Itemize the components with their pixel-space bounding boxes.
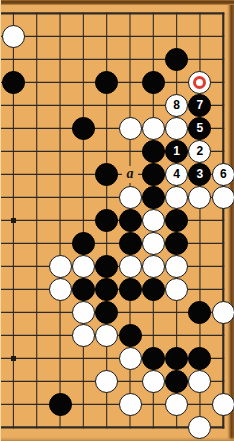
- star-point: [11, 356, 16, 361]
- white-stone: [119, 393, 142, 416]
- white-stone: [165, 255, 188, 278]
- black-stone: [165, 48, 188, 71]
- white-stone: [95, 324, 118, 347]
- white-stone: [142, 232, 165, 255]
- white-stone: [142, 209, 165, 232]
- black-stone: [2, 71, 25, 94]
- board-right-edge-frame: [227, 0, 234, 441]
- white-stone: [142, 255, 165, 278]
- move-number-label: 7: [197, 99, 204, 111]
- black-stone: [72, 232, 95, 255]
- white-stone: [119, 186, 142, 209]
- white-stone: [119, 117, 142, 140]
- black-stone: [165, 209, 188, 232]
- black-stone: [142, 163, 165, 186]
- white-stone: 8: [165, 94, 188, 117]
- move-number-label: 8: [173, 99, 180, 111]
- black-stone: [119, 209, 142, 232]
- white-stone: [165, 186, 188, 209]
- black-stone: [165, 347, 188, 370]
- white-stone: 6: [212, 163, 234, 186]
- black-stone: [142, 278, 165, 301]
- black-stone: [119, 278, 142, 301]
- black-stone: [142, 347, 165, 370]
- black-stone: [49, 393, 72, 416]
- black-stone: [95, 209, 118, 232]
- white-stone: [142, 370, 165, 393]
- black-stone: 1: [165, 140, 188, 163]
- circle-marker-icon: [193, 76, 206, 89]
- left-crop-edge: [0, 0, 1, 441]
- white-stone: [95, 370, 118, 393]
- white-stone: [212, 393, 234, 416]
- white-stone: [49, 255, 72, 278]
- white-stone: [165, 117, 188, 140]
- move-number-label: 4: [173, 168, 180, 180]
- white-stone: 4: [165, 163, 188, 186]
- black-stone: [95, 163, 118, 186]
- black-stone: [95, 301, 118, 324]
- black-stone: [95, 71, 118, 94]
- move-number-label: 3: [197, 168, 204, 180]
- black-stone: [165, 370, 188, 393]
- white-stone: [72, 301, 95, 324]
- black-stone: [95, 278, 118, 301]
- star-point: [11, 218, 16, 223]
- white-stone: [212, 186, 234, 209]
- move-number-label: 5: [197, 122, 204, 134]
- go-board: 75138246a: [0, 0, 234, 441]
- white-stone: [72, 324, 95, 347]
- black-stone: [142, 71, 165, 94]
- black-stone: [142, 140, 165, 163]
- move-number-label: 2: [197, 145, 204, 157]
- black-stone: [119, 324, 142, 347]
- white-stone: [49, 278, 72, 301]
- black-stone: [95, 255, 118, 278]
- black-stone: [72, 278, 95, 301]
- white-stone: [119, 255, 142, 278]
- white-stone: [165, 393, 188, 416]
- point-label-a: a: [122, 166, 138, 183]
- black-stone: [119, 232, 142, 255]
- white-stone: [165, 278, 188, 301]
- white-stone: [142, 117, 165, 140]
- move-number-label: 1: [173, 145, 180, 157]
- move-number-label: 6: [220, 168, 227, 180]
- board-top-edge-frame: [0, 0, 234, 5]
- white-stone: [119, 347, 142, 370]
- white-stone: [212, 301, 234, 324]
- white-stone: [2, 25, 25, 48]
- black-stone: [165, 232, 188, 255]
- white-stone: [72, 255, 95, 278]
- black-stone: [72, 117, 95, 140]
- black-stone: [142, 186, 165, 209]
